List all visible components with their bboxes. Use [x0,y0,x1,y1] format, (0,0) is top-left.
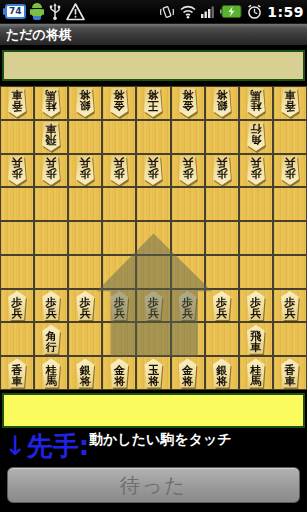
alarm-clock-icon [246,4,263,20]
board-square[interactable]: 歩兵 [240,155,272,187]
board-square[interactable]: 桂馬 [240,87,272,119]
board-square[interactable] [172,256,204,288]
board-square[interactable] [137,222,169,254]
gote-captured-tray[interactable] [2,50,305,81]
board-square[interactable] [35,188,67,220]
board-square[interactable]: 歩兵 [1,155,33,187]
board-square[interactable]: 銀将 [206,357,238,389]
board-square[interactable]: 歩兵 [35,155,67,187]
signal-strength-icon [201,4,216,19]
board-square[interactable]: 歩兵 [137,155,169,187]
board-square[interactable]: 桂馬 [35,357,67,389]
board-square[interactable]: 王将 [137,87,169,119]
board-square[interactable] [35,222,67,254]
status-bar: 74 [0,0,307,24]
shogi-piece-銀将[interactable]: 銀将 [72,359,98,388]
board-square[interactable] [69,256,101,288]
button-row: 待った [0,466,307,503]
board-square[interactable] [274,222,306,254]
board-square[interactable] [172,121,204,153]
board-square[interactable]: 歩兵 [206,155,238,187]
board-square[interactable]: 飛車 [240,323,272,355]
shogi-piece-角行[interactable]: 角行 [38,325,64,354]
shogi-piece-王将[interactable]: 王将 [140,88,166,117]
vibrate-icon [159,4,175,20]
shogi-piece-歩兵[interactable]: 歩兵 [38,291,64,320]
shogi-piece-歩兵[interactable]: 歩兵 [175,156,201,185]
board-square[interactable]: 香車 [274,87,306,119]
board-square[interactable] [274,256,306,288]
board-square[interactable] [240,188,272,220]
turn-direction-arrow: ↓ [4,428,27,464]
wifi-icon [179,4,197,19]
board-square[interactable] [69,323,101,355]
board-square[interactable]: 桂馬 [240,357,272,389]
shogi-piece-歩兵[interactable]: 歩兵 [175,291,201,320]
shogi-piece-金将[interactable]: 金将 [106,88,132,117]
board-square[interactable]: 銀将 [206,87,238,119]
battery-percent-badge: 74 [3,4,26,19]
shogi-piece-歩兵[interactable]: 歩兵 [140,156,166,185]
board-square[interactable] [35,256,67,288]
shogi-piece-香車[interactable]: 香車 [277,359,303,388]
board-square[interactable]: 歩兵 [69,290,101,322]
board-square[interactable] [137,121,169,153]
board-square[interactable] [274,323,306,355]
board-square[interactable]: 角行 [240,121,272,153]
board-square[interactable] [206,256,238,288]
shogi-piece-歩兵[interactable]: 歩兵 [277,291,303,320]
board-square[interactable] [103,121,135,153]
board-square[interactable]: 歩兵 [206,290,238,322]
board-square[interactable]: 歩兵 [35,290,67,322]
shogi-piece-桂馬[interactable]: 桂馬 [243,359,269,388]
board-square[interactable] [1,188,33,220]
shogi-piece-歩兵[interactable]: 歩兵 [72,291,98,320]
board-square[interactable]: 歩兵 [172,290,204,322]
shogi-board[interactable]: 香車桂馬銀将金将王将金将銀将桂馬香車飛車角行歩兵歩兵歩兵歩兵歩兵歩兵歩兵歩兵歩兵… [0,86,307,390]
usb-icon [48,3,62,21]
board-square[interactable] [240,256,272,288]
undo-button[interactable]: 待った [7,467,300,503]
board-square[interactable] [172,323,204,355]
sente-captured-tray[interactable] [2,393,305,428]
shogi-piece-香車[interactable]: 香車 [4,88,30,117]
shogi-piece-歩兵[interactable]: 歩兵 [277,156,303,185]
shogi-piece-玉将[interactable]: 玉将 [140,359,166,388]
shogi-piece-銀将[interactable]: 銀将 [72,88,98,117]
shogi-piece-飛車[interactable]: 飛車 [38,122,64,151]
board-square[interactable] [103,256,135,288]
shogi-piece-桂馬[interactable]: 桂馬 [243,88,269,117]
board-square[interactable] [206,323,238,355]
board-square[interactable]: 金将 [103,357,135,389]
board-square[interactable]: 歩兵 [1,290,33,322]
shogi-piece-香車[interactable]: 香車 [4,359,30,388]
shogi-piece-歩兵[interactable]: 歩兵 [38,156,64,185]
board-square[interactable]: 銀将 [69,87,101,119]
turn-player-label: 先手: [27,428,89,464]
board-square[interactable] [274,121,306,153]
board-grid[interactable]: 香車桂馬銀将金将王将金将銀将桂馬香車飛車角行歩兵歩兵歩兵歩兵歩兵歩兵歩兵歩兵歩兵… [0,86,307,390]
board-square[interactable]: 歩兵 [274,155,306,187]
board-square[interactable]: 歩兵 [172,155,204,187]
shogi-piece-金将[interactable]: 金将 [175,359,201,388]
board-square[interactable] [240,222,272,254]
battery-charging-icon [220,5,242,18]
shogi-piece-桂馬[interactable]: 桂馬 [38,359,64,388]
board-square[interactable]: 香車 [274,357,306,389]
shogi-piece-歩兵[interactable]: 歩兵 [106,156,132,185]
board-square[interactable]: 歩兵 [137,290,169,322]
shogi-piece-桂馬[interactable]: 桂馬 [38,88,64,117]
board-square[interactable] [103,188,135,220]
board-square[interactable] [137,256,169,288]
android-robot-icon [30,3,44,20]
shogi-piece-歩兵[interactable]: 歩兵 [209,291,235,320]
board-square[interactable]: 銀将 [69,357,101,389]
turn-indicator-bar: ↓ 先手: 動かしたい駒をタッチ [0,428,307,466]
board-square[interactable] [206,222,238,254]
shogi-piece-歩兵[interactable]: 歩兵 [140,291,166,320]
board-square[interactable]: 歩兵 [274,290,306,322]
board-square[interactable]: 飛車 [35,121,67,153]
move-hint-text: 動かしたい駒をタッチ [89,428,232,447]
board-square[interactable]: 歩兵 [103,155,135,187]
board-square[interactable]: 金将 [172,357,204,389]
warning-triangle-icon [66,3,85,21]
shogi-piece-歩兵[interactable]: 歩兵 [209,156,235,185]
app-title: ただの将棋 [6,26,72,44]
board-square[interactable] [274,188,306,220]
shogi-piece-銀将[interactable]: 銀将 [209,88,235,117]
shogi-piece-香車[interactable]: 香車 [277,88,303,117]
board-square[interactable]: 金将 [172,87,204,119]
board-square[interactable]: 香車 [1,87,33,119]
shogi-piece-角行[interactable]: 角行 [243,122,269,151]
board-square[interactable] [172,188,204,220]
board-square[interactable]: 歩兵 [240,290,272,322]
board-square[interactable]: 角行 [35,323,67,355]
board-square[interactable] [137,188,169,220]
battery-percent-value: 74 [5,4,26,19]
shogi-piece-歩兵[interactable]: 歩兵 [72,156,98,185]
board-square[interactable] [69,222,101,254]
phone-screen: 74 [0,0,307,512]
shogi-piece-金将[interactable]: 金将 [106,359,132,388]
board-square[interactable]: 歩兵 [69,155,101,187]
shogi-piece-飛車[interactable]: 飛車 [243,325,269,354]
board-square[interactable]: 桂馬 [35,87,67,119]
board-square[interactable] [206,188,238,220]
board-square[interactable] [1,121,33,153]
title-bar: ただの将棋 [0,24,307,46]
shogi-piece-銀将[interactable]: 銀将 [209,359,235,388]
shogi-piece-歩兵[interactable]: 歩兵 [4,291,30,320]
board-square[interactable]: 歩兵 [103,290,135,322]
shogi-piece-歩兵[interactable]: 歩兵 [4,156,30,185]
board-square[interactable] [69,121,101,153]
board-square[interactable]: 玉将 [137,357,169,389]
shogi-piece-歩兵[interactable]: 歩兵 [243,156,269,185]
board-square[interactable] [1,256,33,288]
board-square[interactable] [103,222,135,254]
board-square[interactable] [103,323,135,355]
shogi-piece-金将[interactable]: 金将 [175,88,201,117]
shogi-piece-歩兵[interactable]: 歩兵 [106,291,132,320]
board-square[interactable] [1,222,33,254]
board-square[interactable]: 香車 [1,357,33,389]
board-square[interactable] [137,323,169,355]
board-square[interactable] [206,121,238,153]
board-square[interactable]: 金将 [103,87,135,119]
shogi-piece-歩兵[interactable]: 歩兵 [243,291,269,320]
board-square[interactable] [1,323,33,355]
board-square[interactable] [69,188,101,220]
clock-time: 1:59 [267,4,304,20]
board-square[interactable] [172,222,204,254]
